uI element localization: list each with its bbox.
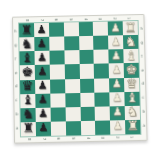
piece-black-pawn[interactable]: ♟ [38,94,48,105]
square[interactable] [94,78,109,92]
square[interactable] [65,121,80,136]
square[interactable]: ♟ [108,21,123,35]
square[interactable]: ♟ [109,49,124,63]
piece-white-pawn[interactable]: ♟ [111,36,121,47]
square[interactable]: ♟ [34,51,49,65]
coordinate-label: 6 [57,137,61,140]
square[interactable] [65,79,80,93]
square[interactable] [64,22,79,36]
coordinate-label: 7 [40,19,44,22]
piece-black-knight[interactable]: ♞ [21,37,33,50]
coordinate-label: 7 [42,138,46,141]
square[interactable] [80,92,95,106]
coordinate-label: h [14,29,17,33]
square[interactable] [80,121,95,136]
coordinate-label: a [143,124,146,128]
square[interactable]: ♟ [35,79,50,93]
square[interactable]: ♟ [108,35,123,49]
square[interactable] [49,51,64,65]
square[interactable] [65,107,80,121]
square[interactable]: ♜ [125,120,140,135]
square[interactable] [50,107,65,121]
square[interactable]: ♟ [109,63,124,77]
piece-white-rook[interactable]: ♜ [127,119,139,132]
coordinate-label: f [15,57,18,61]
coordinates-left: hgfedcba [14,25,18,136]
coordinate-label: b [16,113,19,117]
square[interactable] [95,106,110,120]
piece-black-pawn[interactable]: ♟ [37,38,47,49]
square[interactable] [95,92,110,106]
coordinate-label: 3 [98,18,102,21]
square[interactable]: ♜ [21,122,36,137]
chess-board[interactable]: ♜♟♟♜♞♟♟♞♝♟♟♝♚♟♟♚♛♟♟♛♝♟♟♝♞♟♟♞♜♟♟♜ [19,21,140,136]
square[interactable] [64,50,79,64]
coordinate-label: e [141,68,144,72]
coordinate-label: 4 [86,137,90,140]
piece-black-king[interactable]: ♚ [21,65,33,78]
square[interactable] [95,120,110,135]
square[interactable] [94,64,109,78]
piece-white-pawn[interactable]: ♟ [113,121,123,132]
square[interactable] [93,36,108,50]
piece-black-bishop[interactable]: ♝ [22,93,34,106]
piece-white-queen[interactable]: ♛ [126,77,138,90]
coordinate-label: g [14,43,17,47]
chessboard-photo: 87654321 87654321 hgfedcba hgfedcba ♜♟♟♜… [0,0,160,160]
coordinate-label: c [15,99,18,103]
square[interactable] [79,50,94,64]
piece-white-rook[interactable]: ♜ [124,21,136,34]
coordinate-label: d [15,85,18,89]
square[interactable] [79,64,94,78]
square[interactable] [80,78,95,92]
square[interactable]: ♟ [35,65,50,79]
square[interactable] [51,121,66,136]
coordinates-right: hgfedcba [140,22,145,133]
coordinate-label: 8 [27,138,31,141]
square[interactable] [93,22,108,36]
square[interactable]: ♟ [109,78,124,92]
coordinate-label: c [142,96,145,100]
piece-white-pawn[interactable]: ♟ [112,106,122,117]
square[interactable]: ♟ [110,120,125,135]
coordinate-label: h [140,27,143,31]
piece-black-queen[interactable]: ♛ [22,79,34,92]
square[interactable]: ♟ [34,23,49,37]
coordinate-label: 6 [54,18,58,21]
coordinate-label: 2 [113,17,117,20]
coordinate-label: 2 [115,136,119,139]
square[interactable] [64,64,79,78]
piece-black-knight[interactable]: ♞ [22,107,34,120]
piece-white-king[interactable]: ♚ [125,63,137,76]
square[interactable]: ♟ [110,106,125,120]
square[interactable] [50,79,65,93]
piece-white-bishop[interactable]: ♝ [126,91,138,104]
piece-black-pawn[interactable]: ♟ [38,108,48,119]
chess-mat: 87654321 87654321 hgfedcba hgfedcba ♜♟♟♜… [12,14,148,144]
coordinate-label: 5 [71,137,75,140]
square[interactable]: ♟ [35,107,50,121]
square[interactable] [49,37,64,51]
square[interactable]: ♟ [35,93,50,107]
square[interactable] [78,22,93,36]
square[interactable]: ♟ [36,122,51,137]
coordinate-label: e [15,71,18,75]
piece-white-knight[interactable]: ♞ [125,35,137,48]
square[interactable] [50,93,65,107]
piece-white-pawn[interactable]: ♟ [111,50,121,61]
piece-black-rook[interactable]: ♜ [22,121,34,134]
piece-white-knight[interactable]: ♞ [126,105,138,118]
coordinate-label: 5 [69,18,73,21]
square[interactable] [64,36,79,50]
coordinate-label: d [142,82,145,86]
piece-white-bishop[interactable]: ♝ [125,49,137,62]
piece-black-bishop[interactable]: ♝ [21,51,33,64]
piece-black-pawn[interactable]: ♟ [37,66,47,77]
piece-black-pawn[interactable]: ♟ [36,23,46,34]
coordinate-label: 1 [130,136,134,139]
coordinate-label: b [142,110,145,114]
piece-white-pawn[interactable]: ♟ [112,92,122,103]
piece-white-pawn[interactable]: ♟ [112,78,122,89]
piece-black-pawn[interactable]: ♟ [37,52,47,63]
piece-black-pawn[interactable]: ♟ [38,122,48,133]
coordinate-label: a [16,126,19,130]
coordinate-label: g [141,41,144,45]
square[interactable] [94,50,109,64]
square[interactable] [80,106,95,120]
piece-white-pawn[interactable]: ♟ [110,22,120,33]
piece-white-pawn[interactable]: ♟ [111,64,121,75]
piece-black-rook[interactable]: ♜ [21,23,33,36]
piece-black-pawn[interactable]: ♟ [37,80,47,91]
square[interactable] [65,93,80,107]
coordinate-label: 4 [84,18,88,21]
coordinate-label: f [141,54,144,58]
square[interactable] [49,65,64,79]
square[interactable]: ♟ [110,92,125,106]
square[interactable] [79,36,94,50]
square[interactable]: ♟ [34,37,49,51]
square[interactable] [49,23,64,37]
coordinate-label: 3 [101,136,105,139]
